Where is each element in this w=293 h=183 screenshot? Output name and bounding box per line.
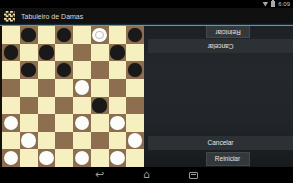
black-man[interactable]	[21, 63, 35, 77]
cell-r4c7[interactable]	[109, 79, 127, 97]
white-man[interactable]	[21, 133, 35, 147]
cell-r5c5[interactable]	[73, 97, 91, 115]
cell-r1c8[interactable]	[126, 26, 144, 44]
cell-r5c8[interactable]	[126, 97, 144, 115]
cell-r2c4[interactable]	[55, 44, 73, 62]
screen: 6:09 Tabuleiro de Damas Reiniciar Cancel…	[0, 0, 293, 183]
cell-r3c1[interactable]	[2, 61, 20, 79]
black-man[interactable]	[110, 45, 124, 59]
navigation-bar: ↩ ⌂	[0, 167, 293, 183]
cell-r8c5[interactable]	[73, 149, 91, 167]
cell-r6c7[interactable]	[109, 114, 127, 132]
restart-button-opponent[interactable]: Reiniciar	[206, 26, 250, 38]
cell-r1c7[interactable]	[109, 26, 127, 44]
checkerboard-app-icon	[3, 10, 16, 23]
cell-r8c8[interactable]	[126, 149, 144, 167]
cell-r1c6[interactable]	[91, 26, 109, 44]
app-title: Tabuleiro de Damas	[21, 13, 83, 20]
cell-r6c5[interactable]	[73, 114, 91, 132]
black-man[interactable]	[92, 98, 106, 112]
black-man[interactable]	[4, 45, 18, 59]
cell-r1c2[interactable]	[20, 26, 38, 44]
black-man[interactable]	[57, 63, 71, 77]
black-man[interactable]	[128, 28, 142, 42]
main-content: Reiniciar Cancelar Cancelar Reiniciar	[0, 26, 293, 167]
cell-r4c1[interactable]	[2, 79, 20, 97]
home-icon[interactable]: ⌂	[143, 170, 150, 180]
cell-r7c2[interactable]	[20, 132, 38, 150]
cell-r6c2[interactable]	[20, 114, 38, 132]
cell-r8c6[interactable]	[91, 149, 109, 167]
cell-r4c5[interactable]	[73, 79, 91, 97]
cell-r7c6[interactable]	[91, 132, 109, 150]
cell-r5c4[interactable]	[55, 97, 73, 115]
cell-r2c8[interactable]	[126, 44, 144, 62]
white-man[interactable]	[39, 151, 53, 165]
cell-r6c1[interactable]	[2, 114, 20, 132]
cancel-button[interactable]: Cancelar	[148, 136, 293, 150]
cancel-button-opponent[interactable]: Cancelar	[148, 39, 293, 53]
cell-r8c4[interactable]	[55, 149, 73, 167]
cell-r3c3[interactable]	[38, 61, 56, 79]
restart-button[interactable]: Reiniciar	[206, 152, 250, 166]
cell-r5c7[interactable]	[109, 97, 127, 115]
cell-r7c1[interactable]	[2, 132, 20, 150]
cell-r3c8[interactable]	[126, 61, 144, 79]
cell-r2c3[interactable]	[38, 44, 56, 62]
white-man[interactable]	[75, 151, 89, 165]
cell-r3c2[interactable]	[20, 61, 38, 79]
side-panel: Reiniciar Cancelar Cancelar Reiniciar	[144, 26, 293, 167]
cell-r6c6[interactable]	[91, 114, 109, 132]
cell-r1c4[interactable]	[55, 26, 73, 44]
cell-r7c5[interactable]	[73, 132, 91, 150]
cell-r1c5[interactable]	[73, 26, 91, 44]
recents-icon[interactable]	[189, 172, 198, 179]
cell-r4c8[interactable]	[126, 79, 144, 97]
cell-r7c3[interactable]	[38, 132, 56, 150]
cell-r2c7[interactable]	[109, 44, 127, 62]
cell-r4c3[interactable]	[38, 79, 56, 97]
cell-r3c5[interactable]	[73, 61, 91, 79]
battery-icon	[271, 1, 275, 7]
white-man[interactable]	[75, 80, 89, 94]
white-man[interactable]	[110, 151, 124, 165]
back-icon[interactable]: ↩	[95, 170, 104, 180]
black-man[interactable]	[128, 63, 142, 77]
cell-r8c3[interactable]	[38, 149, 56, 167]
cell-r8c7[interactable]	[109, 149, 127, 167]
cell-r2c5[interactable]	[73, 44, 91, 62]
checkers-board[interactable]	[2, 26, 144, 167]
cell-r7c8[interactable]	[126, 132, 144, 150]
cell-r2c2[interactable]	[20, 44, 38, 62]
cell-r3c6[interactable]	[91, 61, 109, 79]
cell-r5c6[interactable]	[91, 97, 109, 115]
cell-r1c1[interactable]	[2, 26, 20, 44]
cell-r4c4[interactable]	[55, 79, 73, 97]
white-king[interactable]	[92, 28, 106, 42]
cell-r3c4[interactable]	[55, 61, 73, 79]
cell-r6c3[interactable]	[38, 114, 56, 132]
black-man[interactable]	[39, 45, 53, 59]
cell-r5c2[interactable]	[20, 97, 38, 115]
cell-r6c8[interactable]	[126, 114, 144, 132]
cell-r2c1[interactable]	[2, 44, 20, 62]
white-man[interactable]	[110, 116, 124, 130]
cell-r6c4[interactable]	[55, 114, 73, 132]
clock: 6:09	[278, 0, 290, 8]
cell-r7c7[interactable]	[109, 132, 127, 150]
wifi-icon	[262, 2, 268, 7]
cell-r8c2[interactable]	[20, 149, 38, 167]
white-man[interactable]	[4, 116, 18, 130]
cell-r5c3[interactable]	[38, 97, 56, 115]
white-man[interactable]	[75, 116, 89, 130]
black-man[interactable]	[21, 28, 35, 42]
cell-r3c7[interactable]	[109, 61, 127, 79]
cell-r4c6[interactable]	[91, 79, 109, 97]
cell-r1c3[interactable]	[38, 26, 56, 44]
cell-r8c1[interactable]	[2, 149, 20, 167]
cell-r2c6[interactable]	[91, 44, 109, 62]
white-man[interactable]	[4, 151, 18, 165]
white-man[interactable]	[128, 133, 142, 147]
cell-r5c1[interactable]	[2, 97, 20, 115]
action-bar: Tabuleiro de Damas	[0, 8, 293, 25]
board-frame	[0, 26, 144, 167]
cell-r7c4[interactable]	[55, 132, 73, 150]
black-man[interactable]	[57, 28, 71, 42]
cell-r4c2[interactable]	[20, 79, 38, 97]
status-bar: 6:09	[0, 0, 293, 8]
